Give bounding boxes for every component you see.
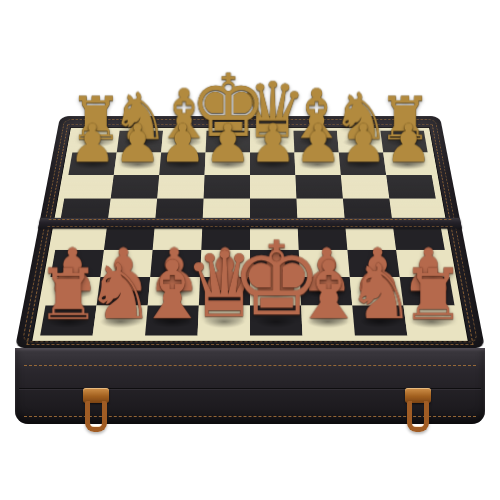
clasp-loop (85, 401, 107, 432)
piece-black-pawn: ♟ (113, 119, 160, 169)
piece-black-pawn: ♟ (294, 119, 341, 169)
piece-white-rook: ♜ (36, 261, 99, 328)
piece-white-bishop: ♝ (136, 252, 208, 329)
piece-white-bishop: ♝ (292, 252, 364, 329)
clasp-right (403, 388, 433, 434)
piece-black-pawn: ♟ (339, 119, 386, 169)
front-stitch-upper (24, 365, 476, 366)
case-top-leather: ♜♞♝♚♛♝♞♜♟♟♟♟♟♟♟♟♟♟♟♟♟♟♟♟♜♞♝♛♚♝♞♜ (15, 116, 485, 348)
chess-set-photo: ♜♞♝♚♛♝♞♜♟♟♟♟♟♟♟♟♟♟♟♟♟♟♟♟♜♞♝♛♚♝♞♜ (0, 0, 500, 500)
piece-black-pawn: ♟ (384, 119, 431, 169)
piece-black-pawn: ♟ (204, 119, 251, 169)
case-front-face (15, 348, 485, 424)
piece-black-pawn: ♟ (159, 119, 206, 169)
folding-chess-case: ♜♞♝♚♛♝♞♜♟♟♟♟♟♟♟♟♟♟♟♟♟♟♟♟♜♞♝♛♚♝♞♜ (15, 116, 485, 348)
clasp-left (81, 388, 111, 434)
piece-white-rook: ♜ (401, 261, 464, 328)
piece-black-pawn: ♟ (249, 119, 296, 169)
clasp-loop (407, 401, 429, 432)
piece-black-pawn: ♟ (68, 119, 115, 169)
chess-board: ♜♞♝♚♛♝♞♜♟♟♟♟♟♟♟♟♟♟♟♟♟♟♟♟♜♞♝♛♚♝♞♜ (32, 128, 467, 341)
